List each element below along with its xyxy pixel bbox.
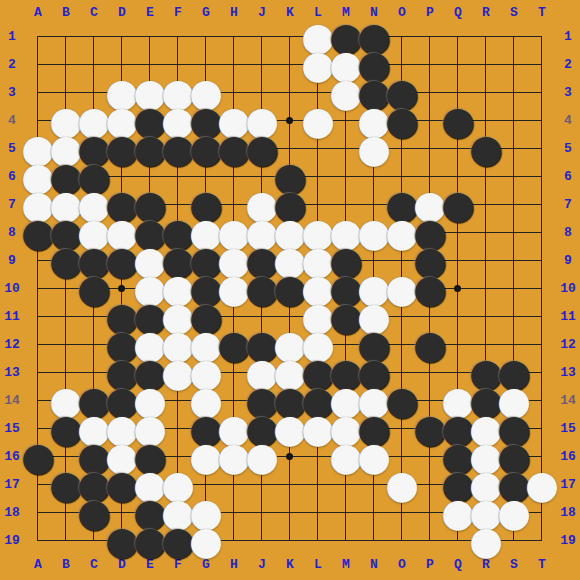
star-point xyxy=(454,285,461,292)
black-stone: ● xyxy=(108,135,136,163)
intersection-Q10[interactable] xyxy=(444,275,472,303)
white-stone: ● xyxy=(528,471,556,499)
intersection-T7[interactable] xyxy=(528,191,556,219)
row-label-left-19: 19 xyxy=(2,527,22,555)
row-label-left-5: 5 xyxy=(2,135,22,163)
row-label-right-1: 1 xyxy=(558,23,578,51)
intersection-H19[interactable] xyxy=(220,527,248,555)
row-label-right-12: 12 xyxy=(558,331,578,359)
intersection-H16[interactable]: ● xyxy=(220,443,248,471)
row-label-left-15: 15 xyxy=(2,415,22,443)
intersection-T12[interactable] xyxy=(528,331,556,359)
row-label-right-17: 17 xyxy=(558,471,578,499)
intersection-S8[interactable] xyxy=(500,219,528,247)
intersection-R9[interactable] xyxy=(472,247,500,275)
black-stone: ● xyxy=(416,275,444,303)
intersection-A19[interactable] xyxy=(24,527,52,555)
intersection-T10[interactable] xyxy=(528,275,556,303)
intersection-Q12[interactable] xyxy=(444,331,472,359)
intersection-B11[interactable] xyxy=(52,303,80,331)
intersection-D19[interactable]: ● xyxy=(108,527,136,555)
intersection-C2[interactable] xyxy=(80,51,108,79)
row-label-left-4: 4 xyxy=(2,107,22,135)
intersection-J16[interactable]: ● xyxy=(248,443,276,471)
intersection-M18[interactable] xyxy=(332,499,360,527)
col-label-top-P: P xyxy=(416,5,444,21)
intersection-L4[interactable]: ● xyxy=(304,107,332,135)
intersection-B2[interactable] xyxy=(52,51,80,79)
intersection-C12[interactable] xyxy=(80,331,108,359)
col-label-top-J: J xyxy=(248,5,276,21)
white-stone: ● xyxy=(192,443,220,471)
col-label-top-O: O xyxy=(388,5,416,21)
row-label-right-10: 10 xyxy=(558,275,578,303)
intersection-O17[interactable]: ● xyxy=(388,471,416,499)
black-stone: ● xyxy=(248,135,276,163)
intersection-D1[interactable] xyxy=(108,23,136,51)
intersection-C10[interactable]: ● xyxy=(80,275,108,303)
row-label-left-10: 10 xyxy=(2,275,22,303)
intersection-O4[interactable]: ● xyxy=(388,107,416,135)
col-label-top-C: C xyxy=(80,5,108,21)
intersection-O10[interactable]: ● xyxy=(388,275,416,303)
intersection-E19[interactable]: ● xyxy=(136,527,164,555)
intersection-O8[interactable]: ● xyxy=(388,219,416,247)
intersection-T13[interactable] xyxy=(528,359,556,387)
black-stone: ● xyxy=(416,331,444,359)
col-label-top-K: K xyxy=(276,5,304,21)
row-label-left-7: 7 xyxy=(2,191,22,219)
col-label-bottom-B: B xyxy=(52,557,80,573)
intersection-P17[interactable] xyxy=(416,471,444,499)
intersection-S6[interactable] xyxy=(500,163,528,191)
intersection-K15[interactable]: ● xyxy=(276,415,304,443)
intersection-R10[interactable] xyxy=(472,275,500,303)
intersection-K10[interactable]: ● xyxy=(276,275,304,303)
intersection-Q4[interactable]: ● xyxy=(444,107,472,135)
intersection-P15[interactable]: ● xyxy=(416,415,444,443)
black-stone: ● xyxy=(108,471,136,499)
intersection-T17[interactable]: ● xyxy=(528,471,556,499)
black-stone: ● xyxy=(192,135,220,163)
intersection-R8[interactable] xyxy=(472,219,500,247)
intersection-G5[interactable]: ● xyxy=(192,135,220,163)
intersection-H10[interactable]: ● xyxy=(220,275,248,303)
intersection-L6[interactable] xyxy=(304,163,332,191)
intersection-S3[interactable] xyxy=(500,79,528,107)
row-label-left-6: 6 xyxy=(2,163,22,191)
intersection-F5[interactable]: ● xyxy=(164,135,192,163)
white-stone: ● xyxy=(360,135,388,163)
intersection-L19[interactable] xyxy=(304,527,332,555)
intersection-B19[interactable] xyxy=(52,527,80,555)
white-stone: ● xyxy=(444,499,472,527)
black-stone: ● xyxy=(164,135,192,163)
row-label-right-14: 14 xyxy=(558,387,578,415)
intersection-H18[interactable] xyxy=(220,499,248,527)
intersection-T2[interactable] xyxy=(528,51,556,79)
black-stone: ● xyxy=(52,247,80,275)
intersection-M3[interactable]: ● xyxy=(332,79,360,107)
intersection-S4[interactable] xyxy=(500,107,528,135)
row-label-left-3: 3 xyxy=(2,79,22,107)
black-stone: ● xyxy=(388,107,416,135)
intersection-G16[interactable]: ● xyxy=(192,443,220,471)
col-label-top-F: F xyxy=(164,5,192,21)
intersection-M5[interactable] xyxy=(332,135,360,163)
black-stone: ● xyxy=(416,415,444,443)
col-label-bottom-T: T xyxy=(528,557,556,573)
intersection-A18[interactable] xyxy=(24,499,52,527)
intersection-H1[interactable] xyxy=(220,23,248,51)
intersection-M11[interactable]: ● xyxy=(332,303,360,331)
row-label-left-18: 18 xyxy=(2,499,22,527)
row-label-right-8: 8 xyxy=(558,219,578,247)
intersection-K17[interactable] xyxy=(276,471,304,499)
intersection-O14[interactable]: ● xyxy=(388,387,416,415)
intersection-S11[interactable] xyxy=(500,303,528,331)
col-label-top-H: H xyxy=(220,5,248,21)
black-stone: ● xyxy=(24,219,52,247)
row-label-left-9: 9 xyxy=(2,247,22,275)
row-label-right-5: 5 xyxy=(558,135,578,163)
intersection-A11[interactable] xyxy=(24,303,52,331)
intersection-J2[interactable] xyxy=(248,51,276,79)
intersection-N8[interactable]: ● xyxy=(360,219,388,247)
col-label-bottom-L: L xyxy=(304,557,332,573)
white-stone: ● xyxy=(220,443,248,471)
black-stone: ● xyxy=(388,387,416,415)
intersection-B15[interactable]: ● xyxy=(52,415,80,443)
white-stone: ● xyxy=(164,359,192,387)
intersection-R11[interactable] xyxy=(472,303,500,331)
col-label-top-D: D xyxy=(108,5,136,21)
intersection-G1[interactable] xyxy=(192,23,220,51)
white-stone: ● xyxy=(332,79,360,107)
intersection-R7[interactable] xyxy=(472,191,500,219)
intersection-T6[interactable] xyxy=(528,163,556,191)
white-stone: ● xyxy=(192,527,220,555)
intersection-S7[interactable] xyxy=(500,191,528,219)
intersection-T4[interactable] xyxy=(528,107,556,135)
intersection-F19[interactable]: ● xyxy=(164,527,192,555)
black-stone: ● xyxy=(164,527,192,555)
black-stone: ● xyxy=(24,443,52,471)
black-stone: ● xyxy=(472,135,500,163)
intersection-H5[interactable]: ● xyxy=(220,135,248,163)
col-label-top-A: A xyxy=(24,5,52,21)
white-stone: ● xyxy=(304,415,332,443)
board-grid: ●●●●●●●●●●●●●●●●●●●●●●●●●●●●●●●●●●●●●●●●… xyxy=(24,23,556,555)
intersection-B12[interactable] xyxy=(52,331,80,359)
intersection-R3[interactable] xyxy=(472,79,500,107)
intersection-T11[interactable] xyxy=(528,303,556,331)
intersection-J10[interactable]: ● xyxy=(248,275,276,303)
intersection-L15[interactable]: ● xyxy=(304,415,332,443)
col-label-top-G: G xyxy=(192,5,220,21)
intersection-A13[interactable] xyxy=(24,359,52,387)
intersection-E1[interactable] xyxy=(136,23,164,51)
intersection-T3[interactable] xyxy=(528,79,556,107)
intersection-G19[interactable]: ● xyxy=(192,527,220,555)
black-stone: ● xyxy=(136,527,164,555)
intersection-P4[interactable] xyxy=(416,107,444,135)
intersection-L17[interactable] xyxy=(304,471,332,499)
intersection-N5[interactable]: ● xyxy=(360,135,388,163)
black-stone: ● xyxy=(248,275,276,303)
row-label-right-2: 2 xyxy=(558,51,578,79)
col-label-bottom-A: A xyxy=(24,557,52,573)
intersection-L18[interactable] xyxy=(304,499,332,527)
intersection-B1[interactable] xyxy=(52,23,80,51)
intersection-H2[interactable] xyxy=(220,51,248,79)
intersection-R5[interactable]: ● xyxy=(472,135,500,163)
intersection-F15[interactable] xyxy=(164,415,192,443)
white-stone: ● xyxy=(388,219,416,247)
col-label-top-R: R xyxy=(472,5,500,21)
intersection-N19[interactable] xyxy=(360,527,388,555)
white-stone: ● xyxy=(388,275,416,303)
row-label-left-16: 16 xyxy=(2,443,22,471)
intersection-P3[interactable] xyxy=(416,79,444,107)
intersection-S18[interactable]: ● xyxy=(500,499,528,527)
intersection-O1[interactable] xyxy=(388,23,416,51)
intersection-S1[interactable] xyxy=(500,23,528,51)
row-label-right-3: 3 xyxy=(558,79,578,107)
black-stone: ● xyxy=(80,499,108,527)
col-label-bottom-H: H xyxy=(220,557,248,573)
intersection-D17[interactable]: ● xyxy=(108,471,136,499)
row-label-left-11: 11 xyxy=(2,303,22,331)
black-stone: ● xyxy=(276,275,304,303)
intersection-J18[interactable] xyxy=(248,499,276,527)
row-label-left-1: 1 xyxy=(2,23,22,51)
black-stone: ● xyxy=(444,107,472,135)
row-label-left-17: 17 xyxy=(2,471,22,499)
intersection-R1[interactable] xyxy=(472,23,500,51)
white-stone: ● xyxy=(304,107,332,135)
row-label-right-6: 6 xyxy=(558,163,578,191)
white-stone: ● xyxy=(388,471,416,499)
col-label-bottom-O: O xyxy=(388,557,416,573)
intersection-N18[interactable] xyxy=(360,499,388,527)
row-label-right-18: 18 xyxy=(558,499,578,527)
col-label-bottom-M: M xyxy=(332,557,360,573)
intersection-M16[interactable]: ● xyxy=(332,443,360,471)
intersection-P10[interactable]: ● xyxy=(416,275,444,303)
intersection-Q18[interactable]: ● xyxy=(444,499,472,527)
col-label-top-Q: Q xyxy=(444,5,472,21)
intersection-A1[interactable] xyxy=(24,23,52,51)
white-stone: ● xyxy=(276,415,304,443)
white-stone: ● xyxy=(360,443,388,471)
intersection-J5[interactable]: ● xyxy=(248,135,276,163)
black-stone: ● xyxy=(108,247,136,275)
white-stone: ● xyxy=(332,443,360,471)
row-label-left-2: 2 xyxy=(2,51,22,79)
col-label-top-S: S xyxy=(500,5,528,21)
intersection-P19[interactable] xyxy=(416,527,444,555)
intersection-K4[interactable] xyxy=(276,107,304,135)
intersection-D9[interactable]: ● xyxy=(108,247,136,275)
intersection-J19[interactable] xyxy=(248,527,276,555)
intersection-P12[interactable]: ● xyxy=(416,331,444,359)
intersection-S5[interactable] xyxy=(500,135,528,163)
intersection-T19[interactable] xyxy=(528,527,556,555)
intersection-F13[interactable]: ● xyxy=(164,359,192,387)
col-label-bottom-P: P xyxy=(416,557,444,573)
intersection-A10[interactable] xyxy=(24,275,52,303)
white-stone: ● xyxy=(220,275,248,303)
intersection-P18[interactable] xyxy=(416,499,444,527)
intersection-T8[interactable] xyxy=(528,219,556,247)
black-stone: ● xyxy=(136,135,164,163)
intersection-F1[interactable] xyxy=(164,23,192,51)
row-label-right-13: 13 xyxy=(558,359,578,387)
white-stone: ● xyxy=(500,499,528,527)
intersection-R19[interactable]: ● xyxy=(472,527,500,555)
black-stone: ● xyxy=(220,331,248,359)
intersection-A16[interactable]: ● xyxy=(24,443,52,471)
intersection-R2[interactable] xyxy=(472,51,500,79)
intersection-K3[interactable] xyxy=(276,79,304,107)
col-label-top-T: T xyxy=(528,5,556,21)
intersection-S2[interactable] xyxy=(500,51,528,79)
intersection-B9[interactable]: ● xyxy=(52,247,80,275)
star-point xyxy=(286,453,293,460)
col-label-bottom-K: K xyxy=(276,557,304,573)
intersection-P1[interactable] xyxy=(416,23,444,51)
intersection-T15[interactable] xyxy=(528,415,556,443)
intersection-Q2[interactable] xyxy=(444,51,472,79)
intersection-M19[interactable] xyxy=(332,527,360,555)
row-label-right-11: 11 xyxy=(558,303,578,331)
row-label-left-14: 14 xyxy=(2,387,22,415)
intersection-C18[interactable]: ● xyxy=(80,499,108,527)
black-stone: ● xyxy=(52,415,80,443)
white-stone: ● xyxy=(248,443,276,471)
intersection-S9[interactable] xyxy=(500,247,528,275)
intersection-H12[interactable]: ● xyxy=(220,331,248,359)
intersection-K1[interactable] xyxy=(276,23,304,51)
intersection-D5[interactable]: ● xyxy=(108,135,136,163)
intersection-K19[interactable] xyxy=(276,527,304,555)
row-label-left-8: 8 xyxy=(2,219,22,247)
black-stone: ● xyxy=(80,275,108,303)
intersection-A12[interactable] xyxy=(24,331,52,359)
row-label-right-19: 19 xyxy=(558,527,578,555)
white-stone: ● xyxy=(304,51,332,79)
intersection-T9[interactable] xyxy=(528,247,556,275)
intersection-P5[interactable] xyxy=(416,135,444,163)
intersection-J1[interactable] xyxy=(248,23,276,51)
intersection-P2[interactable] xyxy=(416,51,444,79)
intersection-K2[interactable] xyxy=(276,51,304,79)
intersection-M6[interactable] xyxy=(332,163,360,191)
col-label-bottom-Q: Q xyxy=(444,557,472,573)
intersection-T14[interactable] xyxy=(528,387,556,415)
row-label-left-13: 13 xyxy=(2,359,22,387)
intersection-Q1[interactable] xyxy=(444,23,472,51)
intersection-T1[interactable] xyxy=(528,23,556,51)
intersection-A3[interactable] xyxy=(24,79,52,107)
intersection-Q9[interactable] xyxy=(444,247,472,275)
intersection-S10[interactable] xyxy=(500,275,528,303)
col-label-bottom-N: N xyxy=(360,557,388,573)
intersection-E5[interactable]: ● xyxy=(136,135,164,163)
intersection-O12[interactable] xyxy=(388,331,416,359)
intersection-C1[interactable] xyxy=(80,23,108,51)
intersection-A2[interactable] xyxy=(24,51,52,79)
row-label-right-16: 16 xyxy=(558,443,578,471)
col-label-bottom-J: J xyxy=(248,557,276,573)
black-stone: ● xyxy=(220,135,248,163)
intersection-Q7[interactable]: ● xyxy=(444,191,472,219)
star-point xyxy=(118,285,125,292)
white-stone: ● xyxy=(360,219,388,247)
row-label-left-12: 12 xyxy=(2,331,22,359)
go-board: ●●●●●●●●●●●●●●●●●●●●●●●●●●●●●●●●●●●●●●●●… xyxy=(0,0,580,580)
black-stone: ● xyxy=(108,527,136,555)
star-point xyxy=(286,117,293,124)
col-label-bottom-C: C xyxy=(80,557,108,573)
intersection-A14[interactable] xyxy=(24,387,52,415)
intersection-B17[interactable]: ● xyxy=(52,471,80,499)
black-stone: ● xyxy=(332,303,360,331)
intersection-K18[interactable] xyxy=(276,499,304,527)
row-label-right-15: 15 xyxy=(558,415,578,443)
col-label-top-B: B xyxy=(52,5,80,21)
intersection-L2[interactable]: ● xyxy=(304,51,332,79)
intersection-O19[interactable] xyxy=(388,527,416,555)
row-label-right-9: 9 xyxy=(558,247,578,275)
white-stone: ● xyxy=(472,527,500,555)
intersection-A8[interactable]: ● xyxy=(24,219,52,247)
black-stone: ● xyxy=(444,191,472,219)
col-label-bottom-S: S xyxy=(500,557,528,573)
intersection-T5[interactable] xyxy=(528,135,556,163)
row-label-right-7: 7 xyxy=(558,191,578,219)
col-label-top-E: E xyxy=(136,5,164,21)
row-label-right-4: 4 xyxy=(558,107,578,135)
intersection-Q11[interactable] xyxy=(444,303,472,331)
black-stone: ● xyxy=(52,471,80,499)
intersection-N16[interactable]: ● xyxy=(360,443,388,471)
